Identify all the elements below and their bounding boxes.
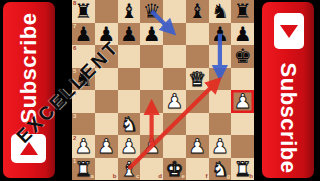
piece-wr-h1[interactable]: ♜ [231, 158, 254, 181]
square-g3[interactable] [209, 113, 232, 136]
square-f6[interactable] [186, 45, 209, 68]
square-e4[interactable]: ♟ [163, 90, 186, 113]
square-b4[interactable] [95, 90, 118, 113]
rank-label-4: 4 [73, 90, 76, 97]
piece-bk-h6[interactable]: ♚ [231, 45, 254, 68]
square-a7[interactable]: 7♟ [72, 23, 95, 46]
piece-wp-h4[interactable]: ♟ [231, 90, 254, 113]
rank-label-3: 3 [73, 113, 76, 120]
square-d1[interactable]: d [140, 158, 163, 181]
piece-wp-a2[interactable]: ♟ [72, 135, 95, 158]
square-d2[interactable]: ♟ [140, 135, 163, 158]
piece-wr-a1[interactable]: ♜ [72, 158, 95, 181]
file-label-d: d [158, 173, 162, 180]
piece-bb-c8[interactable]: ♝ [118, 0, 141, 23]
square-h2[interactable] [231, 135, 254, 158]
square-c5[interactable] [118, 68, 141, 91]
square-c6[interactable] [118, 45, 141, 68]
piece-wp-b2[interactable]: ♟ [95, 135, 118, 158]
chess-board: 8♜♝♛♝♞♜7♟♟♟♟♟♟6♚5♞♛4♟♟3♞2♟♟♟♟♟♟1a♜bc♝de♚… [72, 0, 254, 180]
piece-bq-d8[interactable]: ♛ [140, 0, 163, 23]
piece-wp-c2[interactable]: ♟ [118, 135, 141, 158]
piece-bp-d7[interactable]: ♟ [140, 23, 163, 46]
piece-wp-d2[interactable]: ♟ [140, 135, 163, 158]
piece-bn-a5[interactable]: ♞ [72, 68, 95, 91]
square-c4[interactable] [118, 90, 141, 113]
square-e1[interactable]: e♚ [163, 158, 186, 181]
square-e2[interactable] [163, 135, 186, 158]
subscribe-label: Subscribe [16, 13, 42, 124]
square-g5[interactable] [209, 68, 232, 91]
rank-label-6: 6 [73, 45, 76, 52]
square-b2[interactable]: ♟ [95, 135, 118, 158]
square-c7[interactable]: ♟ [118, 23, 141, 46]
subscribe-banner-left[interactable]: Subscribe [3, 2, 55, 178]
piece-wq-f5[interactable]: ♛ [186, 68, 209, 91]
square-f3[interactable] [186, 113, 209, 136]
square-c3[interactable]: ♞ [118, 113, 141, 136]
square-d6[interactable] [140, 45, 163, 68]
square-f8[interactable]: ♝ [186, 0, 209, 23]
square-c1[interactable]: c♝ [118, 158, 141, 181]
piece-wn-g1[interactable]: ♞ [209, 158, 232, 181]
square-a3[interactable]: 3 [72, 113, 95, 136]
square-g4[interactable] [209, 90, 232, 113]
square-b8[interactable] [95, 0, 118, 23]
square-e8[interactable] [163, 0, 186, 23]
square-h6[interactable]: ♚ [231, 45, 254, 68]
piece-bp-c7[interactable]: ♟ [118, 23, 141, 46]
piece-bb-f8[interactable]: ♝ [186, 0, 209, 23]
square-f7[interactable] [186, 23, 209, 46]
square-a4[interactable]: 4 [72, 90, 95, 113]
square-d5[interactable] [140, 68, 163, 91]
piece-bp-g7[interactable]: ♟ [209, 23, 232, 46]
square-d7[interactable]: ♟ [140, 23, 163, 46]
file-label-f: f [206, 173, 208, 180]
square-f5[interactable]: ♛ [186, 68, 209, 91]
square-h1[interactable]: h♜ [231, 158, 254, 181]
square-e7[interactable] [163, 23, 186, 46]
square-g8[interactable]: ♞ [209, 0, 232, 23]
square-a5[interactable]: 5♞ [72, 68, 95, 91]
square-a2[interactable]: 2♟ [72, 135, 95, 158]
piece-wp-e4[interactable]: ♟ [163, 90, 186, 113]
square-h5[interactable] [231, 68, 254, 91]
square-c2[interactable]: ♟ [118, 135, 141, 158]
piece-br-a8[interactable]: ♜ [72, 0, 95, 23]
square-g6[interactable] [209, 45, 232, 68]
square-h3[interactable] [231, 113, 254, 136]
square-f1[interactable]: f [186, 158, 209, 181]
square-e5[interactable] [163, 68, 186, 91]
piece-wp-f2[interactable]: ♟ [186, 135, 209, 158]
file-label-b: b [113, 173, 117, 180]
square-h7[interactable]: ♟ [231, 23, 254, 46]
square-e6[interactable] [163, 45, 186, 68]
square-b6[interactable] [95, 45, 118, 68]
square-d8[interactable]: ♛ [140, 0, 163, 23]
piece-wb-c1[interactable]: ♝ [118, 158, 141, 181]
square-a1[interactable]: 1a♜ [72, 158, 95, 181]
youtube-play-icon [274, 13, 304, 49]
square-g2[interactable]: ♟ [209, 135, 232, 158]
square-b1[interactable]: b [95, 158, 118, 181]
square-c8[interactable]: ♝ [118, 0, 141, 23]
square-a6[interactable]: 6 [72, 45, 95, 68]
square-b5[interactable] [95, 68, 118, 91]
square-d4[interactable] [140, 90, 163, 113]
square-f2[interactable]: ♟ [186, 135, 209, 158]
piece-bp-a7[interactable]: ♟ [72, 23, 95, 46]
square-g7[interactable]: ♟ [209, 23, 232, 46]
piece-bn-g8[interactable]: ♞ [209, 0, 232, 23]
piece-bp-b7[interactable]: ♟ [95, 23, 118, 46]
square-b7[interactable]: ♟ [95, 23, 118, 46]
subscribe-banner-right[interactable]: Subscribe [262, 2, 314, 178]
piece-bp-h7[interactable]: ♟ [231, 23, 254, 46]
square-g1[interactable]: g♞ [209, 158, 232, 181]
square-b3[interactable] [95, 113, 118, 136]
square-f4[interactable] [186, 90, 209, 113]
piece-br-h8[interactable]: ♜ [231, 0, 254, 23]
piece-wk-e1[interactable]: ♚ [163, 158, 186, 181]
piece-wp-g2[interactable]: ♟ [209, 135, 232, 158]
square-h8[interactable]: ♜ [231, 0, 254, 23]
piece-wn-c3[interactable]: ♞ [118, 113, 141, 136]
square-d3[interactable] [140, 113, 163, 136]
subscribe-label: Subscribe [275, 63, 301, 174]
square-a8[interactable]: 8♜ [72, 0, 95, 23]
square-e3[interactable] [163, 113, 186, 136]
youtube-play-icon [11, 134, 46, 163]
square-h4[interactable]: ♟ [231, 90, 254, 113]
